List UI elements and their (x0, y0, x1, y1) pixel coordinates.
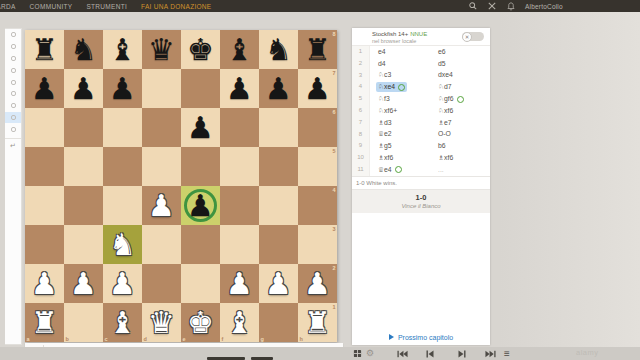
white-rook: ♜ (25, 303, 64, 342)
square-f1[interactable]: f♝ (220, 303, 259, 342)
white-move[interactable]: e4 (370, 47, 430, 57)
square-a2[interactable]: ♟ (25, 264, 64, 303)
move-list: 1e4e62d4d53♘c3dxe44♘xe4♘d75♘f3♘gf66♘xf6+… (352, 46, 490, 176)
top-nav-right: AlbertoCollo (468, 0, 563, 12)
left-panel-item[interactable] (5, 53, 21, 65)
square-e3[interactable] (181, 225, 220, 264)
black-pawn: ♟ (25, 69, 64, 108)
white-bishop: ♝ (220, 303, 259, 342)
move-row: 8♕e2O-O (352, 129, 490, 141)
circle-bullet-icon (11, 56, 16, 61)
rank-label: 1 (332, 304, 335, 310)
black-pawn: ♟ (103, 69, 142, 108)
black-pawn: ♟ (220, 69, 259, 108)
rank-label: 5 (332, 148, 335, 154)
square-a3[interactable] (25, 225, 64, 264)
next-move-icon[interactable] (455, 348, 469, 359)
square-h2[interactable]: 2♟ (298, 264, 337, 303)
bell-icon[interactable] (506, 2, 515, 11)
square-c2[interactable]: ♟ (103, 264, 142, 303)
control-bar: ⚙ ≡ (0, 347, 640, 360)
square-d8[interactable]: ♛ (142, 30, 181, 69)
file-label: d (144, 336, 147, 342)
challenge-x-icon[interactable] (487, 2, 496, 11)
square-f7[interactable]: ♟ (220, 69, 259, 108)
square-h1[interactable]: 1h♜ (298, 303, 337, 342)
square-a1[interactable]: a♜ (25, 303, 64, 342)
analysis-panel: Stockfish 14+NNUE nel browser locale ✕ 1… (352, 28, 490, 345)
white-move[interactable]: ♗d3 (370, 118, 430, 128)
board-icon[interactable] (350, 348, 364, 359)
nav-items: GUARDACOMMUNITYSTRUMENTIFAI UNA DONAZION… (0, 3, 212, 10)
black-move[interactable]: e6 (430, 47, 490, 57)
rank-label: 8 (332, 31, 335, 37)
skip-to-start-icon[interactable] (395, 348, 409, 359)
square-h7[interactable]: 7♟ (298, 69, 337, 108)
skip-to-end-icon[interactable] (483, 348, 497, 359)
move-row: 5♘f3♘gf6 (352, 93, 490, 105)
engine-toggle[interactable]: ✕ (462, 32, 484, 41)
green-circle-glyph (395, 166, 402, 173)
green-circle-glyph (398, 84, 405, 91)
result-block: 1-0 Vince il Bianco (352, 190, 490, 213)
black-bishop: ♝ (220, 30, 259, 69)
move-number: 5 (352, 93, 370, 105)
previous-move-icon[interactable] (423, 348, 437, 359)
rank-label: 7 (332, 70, 335, 76)
square-c7[interactable]: ♟ (103, 69, 142, 108)
move-number: 1 (352, 46, 370, 58)
square-f4[interactable] (220, 186, 259, 225)
result-subtitle: Vince il Bianco (352, 203, 490, 209)
square-b3[interactable] (64, 225, 103, 264)
square-d6[interactable] (142, 108, 181, 147)
file-label: h (300, 336, 303, 342)
left-panel-item[interactable] (5, 29, 21, 41)
rank-label: 4 (332, 187, 335, 193)
square-e1[interactable]: e♚ (181, 303, 220, 342)
square-d1[interactable]: d♛ (142, 303, 181, 342)
nav-item-community[interactable]: COMMUNITY (30, 3, 73, 10)
white-pawn: ♟ (142, 186, 181, 225)
square-h8[interactable]: 8♜ (298, 30, 337, 69)
white-move[interactable]: ♕e2 (370, 129, 430, 139)
move-row: 4♘xe4♘d7 (352, 81, 490, 93)
circle-bullet-icon (11, 32, 16, 37)
comment-area (352, 213, 490, 329)
square-a8[interactable]: ♜ (25, 30, 64, 69)
nav-item-guarda[interactable]: GUARDA (0, 3, 16, 10)
square-h6[interactable]: 6 (298, 108, 337, 147)
circle-bullet-icon (11, 68, 16, 73)
move-number: 4 (352, 81, 370, 93)
nnue-badge: NNUE (410, 31, 427, 37)
move-number: 3 (352, 70, 370, 82)
result-score: 1-0 (352, 190, 490, 202)
black-knight: ♞ (64, 30, 103, 69)
square-f5[interactable] (220, 147, 259, 186)
square-b4[interactable] (64, 186, 103, 225)
white-move[interactable]: ♘f3 (370, 94, 430, 104)
square-d5[interactable] (142, 147, 181, 186)
square-b8[interactable]: ♞ (64, 30, 103, 69)
watermark: alamy (576, 348, 599, 357)
white-move[interactable]: ♗xf6 (370, 153, 430, 163)
top-nav: GUARDACOMMUNITYSTRUMENTIFAI UNA DONAZION… (0, 0, 640, 12)
white-move[interactable]: ♘c3 (370, 70, 430, 80)
username[interactable]: AlbertoCollo (525, 3, 563, 10)
left-panel-item[interactable] (5, 41, 21, 53)
square-d2[interactable] (142, 264, 181, 303)
circle-bullet-icon (11, 103, 16, 108)
white-king: ♚ (181, 303, 220, 342)
square-e5[interactable] (181, 147, 220, 186)
square-g5[interactable] (259, 147, 298, 186)
nav-item-fai-una-donazione[interactable]: FAI UNA DONAZIONE (141, 3, 211, 10)
circle-annotation (184, 189, 217, 222)
white-bishop: ♝ (103, 303, 142, 342)
square-f3[interactable] (220, 225, 259, 264)
menu-icon[interactable]: ≡ (500, 348, 514, 359)
white-move[interactable]: d4 (370, 59, 430, 69)
chess-board: ♜♞♝♛♚♝♞8♜♟♟♟♟♟7♟♟65♟♟4♞3♟♟♟♟♟2♟a♜bc♝d♛e♚… (25, 30, 337, 342)
white-move[interactable]: ♗g5 (370, 141, 430, 151)
square-e2[interactable] (181, 264, 220, 303)
white-rook: ♜ (298, 303, 337, 342)
white-move[interactable]: ♕e4 (370, 165, 430, 175)
square-g6[interactable] (259, 108, 298, 147)
square-g8[interactable]: ♞ (259, 30, 298, 69)
square-g7[interactable]: ♟ (259, 69, 298, 108)
return-arrow-icon[interactable]: ↵ (5, 141, 21, 151)
nav-item-strumenti[interactable]: STRUMENTI (86, 3, 127, 10)
left-panel: ↵ (5, 28, 22, 345)
square-b7[interactable]: ♟ (64, 69, 103, 108)
white-move[interactable]: ♘xf6+ (370, 106, 430, 116)
black-move[interactable]: ♘d7 (430, 82, 490, 92)
left-panel-divider (5, 138, 21, 139)
next-chapter-link[interactable]: Prossimo capitolo (352, 329, 490, 345)
square-g1[interactable]: g (259, 303, 298, 342)
engine-toggle-knob: ✕ (462, 32, 472, 42)
square-h5[interactable]: 5 (298, 147, 337, 186)
black-pawn: ♟ (181, 186, 220, 225)
gear-icon[interactable]: ⚙ (363, 348, 377, 359)
black-move[interactable]: b6 (430, 141, 490, 151)
circle-bullet-icon (11, 127, 16, 132)
move-row: 2d4d5 (352, 58, 490, 70)
black-bishop: ♝ (103, 30, 142, 69)
white-move[interactable]: ♘xe4 (370, 82, 430, 92)
move-number: 9 (352, 140, 370, 152)
black-king: ♚ (181, 30, 220, 69)
search-icon[interactable] (468, 2, 477, 11)
circle-bullet-icon (11, 44, 16, 49)
engine-header: Stockfish 14+NNUE nel browser locale ✕ (352, 28, 490, 46)
square-g4[interactable] (259, 186, 298, 225)
play-triangle-icon (389, 334, 394, 340)
square-e4[interactable]: ♟ (181, 186, 220, 225)
white-queen: ♛ (142, 303, 181, 342)
square-b5[interactable] (64, 147, 103, 186)
rank-label: 6 (332, 109, 335, 115)
file-label: g (261, 336, 264, 342)
white-pawn: ♟ (103, 264, 142, 303)
black-pawn: ♟ (298, 69, 337, 108)
move-row: 9♗g5b6 (352, 140, 490, 152)
black-queen: ♛ (142, 30, 181, 69)
square-c3[interactable]: ♞ (103, 225, 142, 264)
file-label: b (66, 336, 69, 342)
move-row: 3♘c3dxe4 (352, 70, 490, 82)
move-number: 2 (352, 58, 370, 70)
black-move[interactable]: ♘gf6 (430, 94, 490, 104)
square-f2[interactable]: ♟ (220, 264, 259, 303)
left-panel-item[interactable] (5, 64, 21, 76)
square-f6[interactable] (220, 108, 259, 147)
square-g3[interactable] (259, 225, 298, 264)
circle-bullet-icon (11, 80, 16, 85)
black-pawn: ♟ (181, 108, 220, 147)
left-panel-item[interactable] (5, 76, 21, 88)
white-pawn: ♟ (25, 264, 64, 303)
white-pawn: ♟ (298, 264, 337, 303)
white-pawn: ♟ (220, 264, 259, 303)
move-row: 11♕e4... (352, 164, 490, 176)
white-pawn: ♟ (259, 264, 298, 303)
move-row: 10♗xf6♗xf6 (352, 152, 490, 164)
square-c1[interactable]: c♝ (103, 303, 142, 342)
square-g2[interactable]: ♟ (259, 264, 298, 303)
square-h3[interactable]: 3 (298, 225, 337, 264)
square-b6[interactable] (64, 108, 103, 147)
square-d7[interactable] (142, 69, 181, 108)
square-e6[interactable]: ♟ (181, 108, 220, 147)
square-f8[interactable]: ♝ (220, 30, 259, 69)
square-a7[interactable]: ♟ (25, 69, 64, 108)
move-number: 10 (352, 152, 370, 164)
move-row: 6♘xf6+♘xf6 (352, 105, 490, 117)
move-number: 7 (352, 117, 370, 129)
black-move[interactable]: ♗e7 (430, 118, 490, 128)
left-panel-item[interactable] (5, 100, 21, 112)
left-panel-item[interactable] (5, 88, 21, 100)
square-h4[interactable]: 4 (298, 186, 337, 225)
square-e7[interactable] (181, 69, 220, 108)
move-number: 6 (352, 105, 370, 117)
black-pawn: ♟ (64, 69, 103, 108)
black-move[interactable]: O-O (430, 129, 490, 139)
black-rook: ♜ (25, 30, 64, 69)
square-b1[interactable]: b (64, 303, 103, 342)
move-number: 11 (352, 164, 370, 176)
rank-label: 3 (332, 226, 335, 232)
square-c6[interactable] (103, 108, 142, 147)
rank-label: 2 (332, 265, 335, 271)
square-d4[interactable]: ♟ (142, 186, 181, 225)
square-c8[interactable]: ♝ (103, 30, 142, 69)
circle-bullet-icon (11, 115, 16, 120)
black-move[interactable]: ♗xf6 (430, 153, 490, 163)
lichess-study-screen: GUARDACOMMUNITYSTRUMENTIFAI UNA DONAZION… (0, 0, 640, 360)
white-pawn: ♟ (64, 264, 103, 303)
square-c5[interactable] (103, 147, 142, 186)
file-label: a (27, 336, 30, 342)
square-a5[interactable] (25, 147, 64, 186)
green-circle-glyph (457, 96, 464, 103)
square-b2[interactable]: ♟ (64, 264, 103, 303)
result-comment-bar: 1-0 White wins. (352, 176, 490, 190)
left-panel-item[interactable] (5, 112, 21, 124)
black-pawn: ♟ (259, 69, 298, 108)
move-row: 7♗d3♗e7 (352, 117, 490, 129)
black-move[interactable]: ... (430, 165, 490, 175)
square-a6[interactable] (25, 108, 64, 147)
black-move[interactable]: d5 (430, 59, 490, 69)
square-e8[interactable]: ♚ (181, 30, 220, 69)
move-row: 1e4e6 (352, 46, 490, 58)
square-d3[interactable] (142, 225, 181, 264)
black-move[interactable]: ♘xf6 (430, 106, 490, 116)
black-rook: ♜ (298, 30, 337, 69)
file-label: f (222, 336, 224, 342)
black-move[interactable]: dxe4 (430, 70, 490, 80)
square-a4[interactable] (25, 186, 64, 225)
next-chapter-label: Prossimo capitolo (398, 334, 453, 341)
file-label: c (105, 336, 108, 342)
move-number: 8 (352, 129, 370, 141)
black-knight: ♞ (259, 30, 298, 69)
square-c4[interactable] (103, 186, 142, 225)
file-label: e (183, 336, 186, 342)
white-knight: ♞ (103, 225, 142, 264)
left-panel-item[interactable] (5, 123, 21, 135)
circle-bullet-icon (11, 91, 16, 96)
